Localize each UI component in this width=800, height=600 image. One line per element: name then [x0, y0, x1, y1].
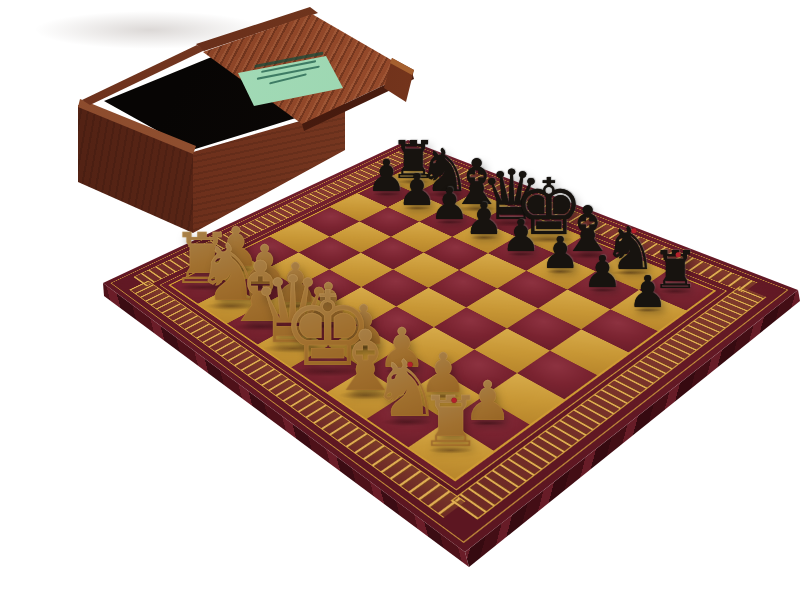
black-pawn-glyph: ♟ — [430, 182, 469, 226]
piece-black-pawn-d7[interactable]: ♟ — [464, 198, 503, 242]
piece-black-pawn-g7[interactable]: ♟ — [583, 250, 622, 294]
black-pawn-glyph: ♟ — [464, 198, 503, 242]
piece-white-rook-h1[interactable]: ♜ — [419, 387, 482, 457]
black-pawn-glyph: ♟ — [628, 270, 667, 314]
piece-black-pawn-f7[interactable]: ♟ — [540, 231, 579, 275]
piece-black-pawn-h7[interactable]: ♟ — [628, 270, 667, 314]
black-pawn-glyph: ♟ — [540, 231, 579, 275]
black-pawn-glyph: ♟ — [583, 250, 622, 294]
white-rook-glyph: ♜ — [419, 387, 482, 457]
product-photo-scene: ♜♞♝♛♚♝♞♜♟♟♟♟♟♟♟♟♟♟♟♟♟♟♟♟♜♞♝♛♚♝♞♜ — [0, 0, 800, 600]
black-pawn-glyph: ♟ — [501, 214, 540, 258]
piece-black-pawn-c7[interactable]: ♟ — [430, 182, 469, 226]
piece-black-pawn-e7[interactable]: ♟ — [501, 214, 540, 258]
